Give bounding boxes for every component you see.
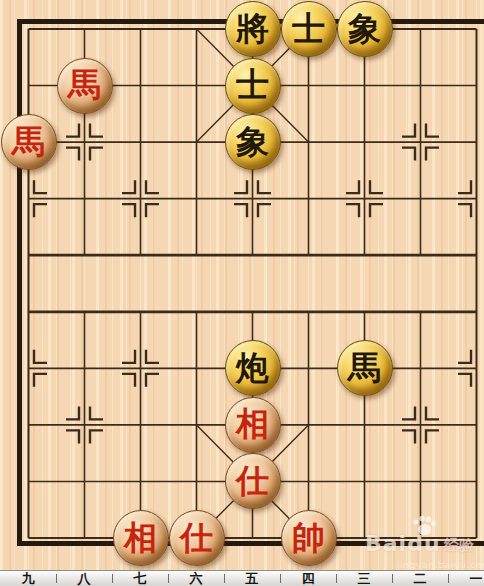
piece-character: 相 [236,407,269,440]
file-label-九: 九 [22,572,35,586]
piece-character: 將 [236,12,269,45]
piece-character: 馬 [348,351,381,384]
piece-character: 帥 [292,521,325,554]
piece-character: 相 [124,521,157,554]
piece-character: 仕 [180,521,213,554]
piece-character: 象 [348,12,381,45]
file-label-separator [392,574,393,583]
piece-character: 士 [292,12,325,45]
file-label-separator [168,574,169,583]
file-label-四: 四 [302,572,315,586]
xiangqi-board-screenshot: 將士象馬士馬象炮馬相仕相仕帥 九八七六五四三二一 Baidu 经验 jingya… [0,0,484,586]
piece-red-帥[interactable]: 帥 [281,510,337,566]
piece-character: 炮 [236,351,269,384]
file-label-separator [448,574,449,583]
file-label-separator [336,574,337,583]
file-label-六: 六 [190,572,203,586]
piece-red-馬[interactable]: 馬 [1,114,57,170]
piece-black-炮[interactable]: 炮 [225,340,281,396]
piece-character: 象 [236,125,269,158]
piece-character: 仕 [236,464,269,497]
file-label-separator [112,574,113,583]
piece-red-仕[interactable]: 仕 [169,510,225,566]
file-label-七: 七 [134,572,147,586]
file-label-separator [280,574,281,583]
piece-red-仕[interactable]: 仕 [225,453,281,509]
file-label-一: 一 [470,572,483,586]
file-label-五: 五 [246,572,259,586]
file-label-separator [56,574,57,583]
piece-character: 馬 [68,68,101,101]
piece-red-相[interactable]: 相 [225,397,281,453]
file-label-三: 三 [358,572,371,586]
piece-character: 士 [236,68,269,101]
piece-black-士[interactable]: 士 [281,1,337,57]
piece-character: 馬 [12,125,45,158]
file-label-separator [224,574,225,583]
file-label-bar: 九八七六五四三二一 [0,570,484,586]
piece-black-象[interactable]: 象 [337,1,393,57]
piece-black-將[interactable]: 將 [225,1,281,57]
piece-red-馬[interactable]: 馬 [57,58,113,114]
piece-black-象[interactable]: 象 [225,114,281,170]
file-label-八: 八 [78,572,91,586]
piece-black-馬[interactable]: 馬 [337,340,393,396]
file-label-二: 二 [414,572,427,586]
piece-red-相[interactable]: 相 [113,510,169,566]
piece-black-士[interactable]: 士 [225,58,281,114]
